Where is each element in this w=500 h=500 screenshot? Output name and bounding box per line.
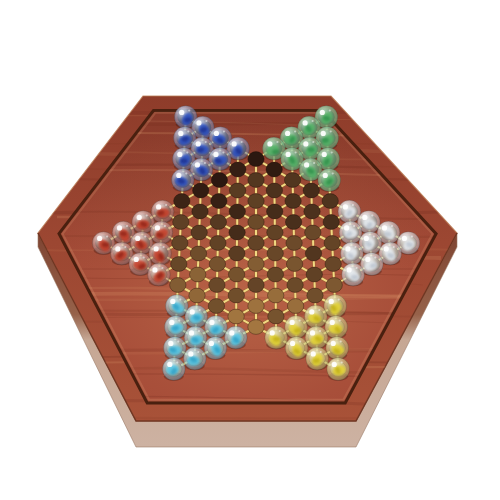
hole[interactable] (211, 173, 227, 188)
hole[interactable] (266, 162, 282, 177)
hole[interactable] (248, 278, 264, 293)
marble-cyan[interactable] (184, 347, 207, 370)
marble-red[interactable] (150, 221, 173, 244)
hole[interactable] (325, 257, 341, 272)
hole[interactable] (284, 173, 300, 188)
hole[interactable] (248, 194, 264, 209)
hole[interactable] (326, 278, 342, 293)
marble-blue[interactable] (172, 169, 195, 192)
hole[interactable] (287, 299, 303, 314)
hole[interactable] (208, 299, 224, 314)
marble-yellow[interactable] (324, 295, 347, 318)
hole[interactable] (190, 267, 206, 282)
hole[interactable] (230, 162, 246, 177)
hole[interactable] (209, 257, 225, 272)
hole[interactable] (189, 288, 205, 303)
marble-yellow[interactable] (265, 326, 288, 349)
hole[interactable] (248, 236, 264, 251)
hole[interactable] (210, 215, 226, 230)
hole[interactable] (305, 225, 321, 240)
hole[interactable] (268, 309, 284, 324)
hole[interactable] (286, 236, 302, 251)
hole[interactable] (267, 225, 283, 240)
marble-cyan[interactable] (225, 326, 248, 349)
hole[interactable] (266, 183, 282, 198)
hole[interactable] (192, 204, 208, 219)
marble-cyan[interactable] (204, 337, 227, 360)
marble-cyan[interactable] (165, 316, 188, 339)
hole[interactable] (173, 215, 189, 230)
hole[interactable] (307, 288, 323, 303)
hole[interactable] (248, 152, 264, 167)
marble-yellow[interactable] (285, 316, 308, 339)
marble-cyan[interactable] (184, 326, 207, 349)
hole[interactable] (323, 215, 339, 230)
hole[interactable] (210, 236, 226, 251)
product-photo (0, 0, 500, 500)
hole[interactable] (229, 246, 245, 261)
hole[interactable] (267, 204, 283, 219)
hole[interactable] (211, 194, 227, 209)
hole[interactable] (285, 194, 301, 209)
hole[interactable] (228, 267, 244, 282)
marble-yellow[interactable] (306, 347, 329, 370)
hole[interactable] (248, 257, 264, 272)
hole[interactable] (170, 278, 186, 293)
hole[interactable] (287, 278, 303, 293)
hole[interactable] (229, 183, 245, 198)
hole[interactable] (268, 288, 284, 303)
hole[interactable] (209, 278, 225, 293)
hole[interactable] (191, 225, 207, 240)
hole[interactable] (248, 173, 264, 188)
marble-cyan[interactable] (185, 305, 208, 328)
hole[interactable] (174, 194, 190, 209)
hole[interactable] (248, 215, 264, 230)
marble-red[interactable] (149, 242, 172, 265)
hole[interactable] (322, 194, 338, 209)
hole[interactable] (228, 288, 244, 303)
hole[interactable] (193, 183, 209, 198)
marble-cyan[interactable] (164, 337, 187, 360)
hole[interactable] (286, 257, 302, 272)
hole[interactable] (228, 309, 244, 324)
chinese-checkers-board (0, 0, 500, 500)
marble-cyan[interactable] (166, 295, 189, 318)
hole[interactable] (303, 183, 319, 198)
hole[interactable] (267, 246, 283, 261)
marble-white[interactable] (341, 242, 364, 265)
hole[interactable] (248, 320, 264, 335)
hole[interactable] (324, 236, 340, 251)
hole[interactable] (267, 267, 283, 282)
marble-yellow[interactable] (285, 337, 308, 360)
marble-cyan[interactable] (205, 316, 228, 339)
hole[interactable] (305, 246, 321, 261)
hole[interactable] (248, 299, 264, 314)
hole[interactable] (190, 246, 206, 261)
marble-white[interactable] (338, 200, 361, 223)
marble-green[interactable] (318, 169, 341, 192)
marble-yellow[interactable] (326, 337, 349, 360)
marble-red[interactable] (151, 200, 174, 223)
marble-yellow[interactable] (305, 305, 328, 328)
hole[interactable] (172, 236, 188, 251)
hole[interactable] (306, 267, 322, 282)
hole[interactable] (304, 204, 320, 219)
hole[interactable] (171, 257, 187, 272)
marble-cyan[interactable] (163, 358, 186, 381)
marble-white[interactable] (342, 263, 365, 286)
marble-yellow[interactable] (305, 326, 328, 349)
hole[interactable] (229, 225, 245, 240)
marble-white[interactable] (339, 221, 362, 244)
marble-yellow[interactable] (327, 358, 350, 381)
marble-red[interactable] (148, 263, 171, 286)
marble-yellow[interactable] (325, 316, 348, 339)
hole[interactable] (229, 204, 245, 219)
hole[interactable] (285, 215, 301, 230)
